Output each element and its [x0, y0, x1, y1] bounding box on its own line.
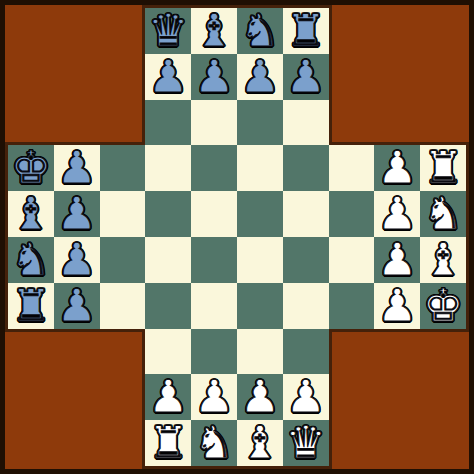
- blue-pawn[interactable]: ♟: [57, 283, 97, 329]
- white-knight[interactable]: ♞: [194, 420, 234, 466]
- square-r7c5[interactable]: [237, 329, 283, 375]
- square-r5c5[interactable]: [237, 237, 283, 283]
- square-r6c7[interactable]: [329, 283, 375, 329]
- white-pawn[interactable]: ♟: [286, 374, 326, 420]
- square-r4c5[interactable]: [237, 191, 283, 237]
- white-pawn[interactable]: ♟: [240, 374, 280, 420]
- square-r4c0[interactable]: ♝: [8, 191, 54, 237]
- square-r5c0[interactable]: ♞: [8, 237, 54, 283]
- white-king[interactable]: ♚: [423, 283, 463, 329]
- square-r3c0[interactable]: ♚: [8, 145, 54, 191]
- square-r4c1[interactable]: ♟: [54, 191, 100, 237]
- square-r8c5[interactable]: ♟: [237, 374, 283, 420]
- square-r7c6[interactable]: [283, 329, 329, 375]
- blue-king[interactable]: ♚: [11, 145, 51, 191]
- blue-pawn[interactable]: ♟: [286, 54, 326, 100]
- square-r3c1[interactable]: ♟: [54, 145, 100, 191]
- square-r5c8[interactable]: ♟: [374, 237, 420, 283]
- square-r8c3[interactable]: ♟: [145, 374, 191, 420]
- square-r9c6[interactable]: ♛: [283, 420, 329, 466]
- square-r8c6[interactable]: ♟: [283, 374, 329, 420]
- square-r3c4[interactable]: [191, 145, 237, 191]
- square-r2c3[interactable]: [145, 100, 191, 146]
- chess-board: ♛♝♞♜♟♟♟♟♚♟♟♜♝♟♟♞♞♟♟♝♜♟♟♚♟♟♟♟♜♞♝♛: [8, 8, 466, 466]
- white-bishop[interactable]: ♝: [240, 420, 280, 466]
- blue-rook[interactable]: ♜: [11, 283, 51, 329]
- blue-pawn[interactable]: ♟: [148, 54, 188, 100]
- square-r0c6[interactable]: ♜: [283, 8, 329, 54]
- white-pawn[interactable]: ♟: [148, 374, 188, 420]
- square-r1c3[interactable]: ♟: [145, 54, 191, 100]
- square-r3c2[interactable]: [100, 145, 146, 191]
- square-r6c5[interactable]: [237, 283, 283, 329]
- blue-knight[interactable]: ♞: [11, 237, 51, 283]
- square-r2c4[interactable]: [191, 100, 237, 146]
- game-window: ♛♝♞♜♟♟♟♟♚♟♟♜♝♟♟♞♞♟♟♝♜♟♟♚♟♟♟♟♜♞♝♛: [0, 0, 474, 474]
- square-r1c5[interactable]: ♟: [237, 54, 283, 100]
- blue-knight[interactable]: ♞: [240, 8, 280, 54]
- square-r6c1[interactable]: ♟: [54, 283, 100, 329]
- square-r9c3[interactable]: ♜: [145, 420, 191, 466]
- square-r4c6[interactable]: [283, 191, 329, 237]
- blue-pawn[interactable]: ♟: [194, 54, 234, 100]
- square-r2c6[interactable]: [283, 100, 329, 146]
- square-r9c5[interactable]: ♝: [237, 420, 283, 466]
- square-r6c2[interactable]: [100, 283, 146, 329]
- square-r3c6[interactable]: [283, 145, 329, 191]
- white-rook[interactable]: ♜: [148, 420, 188, 466]
- square-r3c3[interactable]: [145, 145, 191, 191]
- square-r5c9[interactable]: ♝: [420, 237, 466, 283]
- square-r4c3[interactable]: [145, 191, 191, 237]
- square-r5c3[interactable]: [145, 237, 191, 283]
- white-pawn[interactable]: ♟: [377, 145, 417, 191]
- blue-queen[interactable]: ♛: [148, 8, 188, 54]
- square-r5c1[interactable]: ♟: [54, 237, 100, 283]
- square-r2c5[interactable]: [237, 100, 283, 146]
- white-queen[interactable]: ♛: [286, 420, 326, 466]
- square-r1c4[interactable]: ♟: [191, 54, 237, 100]
- white-pawn[interactable]: ♟: [194, 374, 234, 420]
- white-pawn[interactable]: ♟: [377, 283, 417, 329]
- square-r9c4[interactable]: ♞: [191, 420, 237, 466]
- white-knight[interactable]: ♞: [423, 191, 463, 237]
- square-r5c4[interactable]: [191, 237, 237, 283]
- blue-bishop[interactable]: ♝: [11, 191, 51, 237]
- square-r0c5[interactable]: ♞: [237, 8, 283, 54]
- square-r5c6[interactable]: [283, 237, 329, 283]
- square-r8c4[interactable]: ♟: [191, 374, 237, 420]
- square-r1c6[interactable]: ♟: [283, 54, 329, 100]
- square-r6c6[interactable]: [283, 283, 329, 329]
- blue-pawn[interactable]: ♟: [240, 54, 280, 100]
- square-r4c4[interactable]: [191, 191, 237, 237]
- square-r0c4[interactable]: ♝: [191, 8, 237, 54]
- blue-rook[interactable]: ♜: [286, 8, 326, 54]
- blue-pawn[interactable]: ♟: [57, 237, 97, 283]
- square-r6c9[interactable]: ♚: [420, 283, 466, 329]
- square-r3c7[interactable]: [329, 145, 375, 191]
- square-r0c3[interactable]: ♛: [145, 8, 191, 54]
- white-pawn[interactable]: ♟: [377, 237, 417, 283]
- square-r4c9[interactable]: ♞: [420, 191, 466, 237]
- white-pawn[interactable]: ♟: [377, 191, 417, 237]
- square-r5c7[interactable]: [329, 237, 375, 283]
- square-r6c0[interactable]: ♜: [8, 283, 54, 329]
- square-r4c8[interactable]: ♟: [374, 191, 420, 237]
- blue-pawn[interactable]: ♟: [57, 191, 97, 237]
- square-r3c9[interactable]: ♜: [420, 145, 466, 191]
- blue-bishop[interactable]: ♝: [194, 8, 234, 54]
- blue-pawn[interactable]: ♟: [57, 145, 97, 191]
- square-r6c3[interactable]: [145, 283, 191, 329]
- square-r6c8[interactable]: ♟: [374, 283, 420, 329]
- square-r3c8[interactable]: ♟: [374, 145, 420, 191]
- white-rook[interactable]: ♜: [423, 145, 463, 191]
- white-bishop[interactable]: ♝: [423, 237, 463, 283]
- square-r4c2[interactable]: [100, 191, 146, 237]
- square-r5c2[interactable]: [100, 237, 146, 283]
- square-r4c7[interactable]: [329, 191, 375, 237]
- square-r6c4[interactable]: [191, 283, 237, 329]
- square-r7c3[interactable]: [145, 329, 191, 375]
- square-r3c5[interactable]: [237, 145, 283, 191]
- square-r7c4[interactable]: [191, 329, 237, 375]
